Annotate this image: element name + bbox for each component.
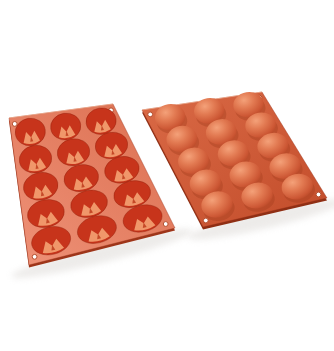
molds-scene [0, 0, 334, 351]
corner-hole [32, 254, 37, 259]
corner-hole [12, 122, 17, 127]
corner-hole [316, 192, 321, 197]
corner-hole [203, 218, 208, 223]
corner-hole [163, 222, 168, 227]
product-photo [0, 0, 334, 351]
corner-hole [148, 112, 153, 117]
